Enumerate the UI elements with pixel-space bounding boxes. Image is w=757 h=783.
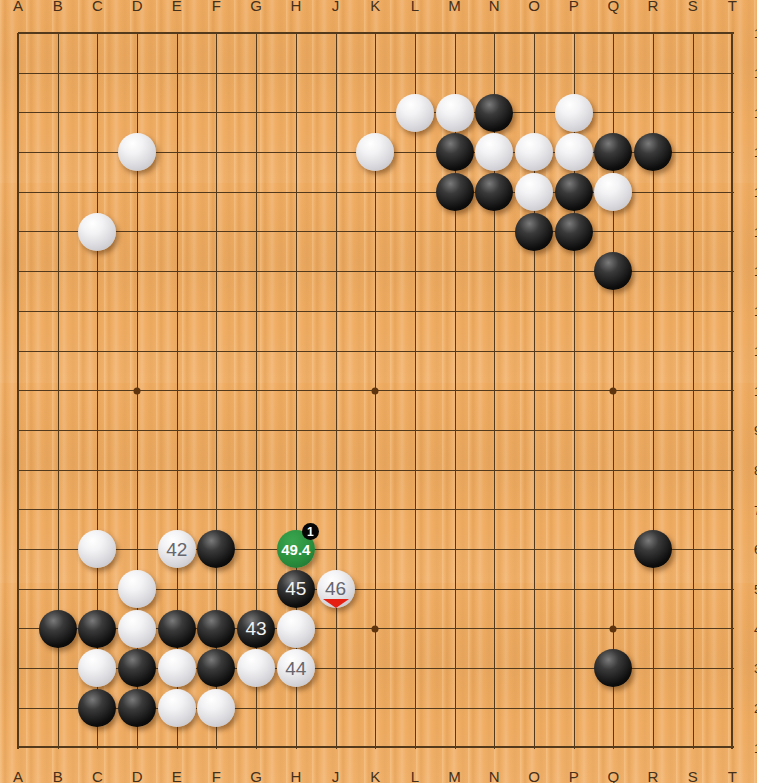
- intersection-N15[interactable]: [474, 172, 514, 212]
- col-label-top-K: K: [370, 0, 380, 14]
- stone-N17[interactable]: [475, 94, 513, 132]
- stone-L17[interactable]: [396, 94, 434, 132]
- go-board-screen: ABCDEFGHJKLMNOPQRST ABCDEFGHJKLMNOPQRST …: [0, 0, 757, 783]
- intersection-D3[interactable]: [117, 648, 157, 688]
- stone-H4[interactable]: [277, 610, 315, 648]
- intersection-N16[interactable]: [474, 133, 514, 173]
- intersection-O15[interactable]: [514, 172, 554, 212]
- col-label-top-G: G: [250, 0, 262, 14]
- stone-Q16[interactable]: [594, 133, 632, 171]
- intersection-H4[interactable]: [276, 609, 316, 649]
- intersection-D4[interactable]: [117, 609, 157, 649]
- stone-C14[interactable]: [78, 213, 116, 251]
- col-label-top-B: B: [53, 0, 63, 14]
- stone-Q15[interactable]: [594, 173, 632, 211]
- intersection-H3[interactable]: 44: [276, 648, 316, 688]
- col-label-top-C: C: [92, 0, 103, 14]
- intersection-F3[interactable]: [197, 648, 237, 688]
- stone-R6[interactable]: [634, 530, 672, 568]
- intersection-E2[interactable]: [157, 688, 197, 728]
- intersection-C4[interactable]: [78, 609, 118, 649]
- intersection-O16[interactable]: [514, 133, 554, 173]
- intersection-Q13[interactable]: [593, 252, 633, 292]
- col-label-bottom-G: G: [250, 769, 262, 783]
- intersection-H6[interactable]: 149.4: [276, 529, 316, 569]
- stone-E3[interactable]: [158, 649, 196, 687]
- col-label-top-N: N: [489, 0, 500, 14]
- stone-C6[interactable]: [78, 530, 116, 568]
- intersection-E3[interactable]: [157, 648, 197, 688]
- intersection-M15[interactable]: [435, 172, 475, 212]
- intersection-G3[interactable]: [236, 648, 276, 688]
- stone-P14[interactable]: [555, 213, 593, 251]
- intersection-D16[interactable]: [117, 133, 157, 173]
- stone-D5[interactable]: [118, 570, 156, 608]
- intersection-P16[interactable]: [554, 133, 594, 173]
- col-label-bottom-A: A: [13, 769, 23, 783]
- stone-R16[interactable]: [634, 133, 672, 171]
- stone-N15[interactable]: [475, 173, 513, 211]
- intersection-Q16[interactable]: [593, 133, 633, 173]
- stone-O15[interactable]: [515, 173, 553, 211]
- stone-G4[interactable]: 43: [237, 610, 275, 648]
- stone-label: 42: [166, 540, 187, 559]
- stone-D3[interactable]: [118, 649, 156, 687]
- intersection-D5[interactable]: [117, 569, 157, 609]
- intersection-K16[interactable]: [355, 133, 395, 173]
- stone-M17[interactable]: [436, 94, 474, 132]
- col-label-bottom-E: E: [172, 769, 182, 783]
- intersection-G4[interactable]: 43: [236, 609, 276, 649]
- col-label-bottom-Q: Q: [608, 769, 620, 783]
- stone-C4[interactable]: [78, 610, 116, 648]
- suggestion-rank-badge: 1: [302, 523, 319, 540]
- intersection-P14[interactable]: [554, 212, 594, 252]
- stone-P15[interactable]: [555, 173, 593, 211]
- stone-H3[interactable]: 44: [277, 649, 315, 687]
- intersection-F4[interactable]: [197, 609, 237, 649]
- intersection-R16[interactable]: [633, 133, 673, 173]
- stone-Q13[interactable]: [594, 252, 632, 290]
- col-label-bottom-C: C: [92, 769, 103, 783]
- intersection-F6[interactable]: [197, 529, 237, 569]
- intersection-E4[interactable]: [157, 609, 197, 649]
- intersection-M16[interactable]: [435, 133, 475, 173]
- stone-D16[interactable]: [118, 133, 156, 171]
- stone-D4[interactable]: [118, 610, 156, 648]
- col-label-top-L: L: [411, 0, 419, 14]
- intersection-B4[interactable]: [38, 609, 78, 649]
- stone-O16[interactable]: [515, 133, 553, 171]
- col-label-top-T: T: [728, 0, 737, 14]
- intersection-P17[interactable]: [554, 93, 594, 133]
- col-label-bottom-K: K: [370, 769, 380, 783]
- stone-B4[interactable]: [39, 610, 77, 648]
- stone-label: 45: [285, 579, 306, 598]
- col-label-bottom-T: T: [728, 769, 737, 783]
- col-label-top-A: A: [13, 0, 23, 14]
- last-move-marker-icon: [323, 599, 349, 608]
- col-label-top-O: O: [528, 0, 540, 14]
- col-label-bottom-M: M: [448, 769, 461, 783]
- intersection-C14[interactable]: [78, 212, 118, 252]
- col-label-bottom-B: B: [53, 769, 63, 783]
- intersection-M17[interactable]: [435, 93, 475, 133]
- stone-D2[interactable]: [118, 689, 156, 727]
- col-label-bottom-R: R: [648, 769, 659, 783]
- intersection-O14[interactable]: [514, 212, 554, 252]
- col-label-bottom-N: N: [489, 769, 500, 783]
- intersection-C6[interactable]: [78, 529, 118, 569]
- stone-label: 44: [285, 659, 306, 678]
- stone-M16[interactable]: [436, 133, 474, 171]
- stone-label: 43: [246, 619, 267, 638]
- stone-P16[interactable]: [555, 133, 593, 171]
- stone-J5[interactable]: 46: [317, 570, 355, 608]
- col-label-top-P: P: [569, 0, 579, 14]
- intersection-J5[interactable]: 46: [316, 569, 356, 609]
- intersection-C3[interactable]: [78, 648, 118, 688]
- intersection-Q3[interactable]: [593, 648, 633, 688]
- stone-Q3[interactable]: [594, 649, 632, 687]
- intersection-H5[interactable]: 45: [276, 569, 316, 609]
- intersection-R6[interactable]: [633, 529, 673, 569]
- stone-G3[interactable]: [237, 649, 275, 687]
- stone-M15[interactable]: [436, 173, 474, 211]
- intersection-P15[interactable]: [554, 172, 594, 212]
- stone-F2[interactable]: [197, 689, 235, 727]
- col-label-top-Q: Q: [608, 0, 620, 14]
- stone-E4[interactable]: [158, 610, 196, 648]
- col-label-bottom-P: P: [569, 769, 579, 783]
- col-label-bottom-S: S: [688, 769, 698, 783]
- stone-E2[interactable]: [158, 689, 196, 727]
- intersection-L17[interactable]: [395, 93, 435, 133]
- col-label-top-F: F: [212, 0, 221, 14]
- stone-F6[interactable]: [197, 530, 235, 568]
- stone-H5[interactable]: 45: [277, 570, 315, 608]
- stone-O14[interactable]: [515, 213, 553, 251]
- intersection-Q15[interactable]: [593, 172, 633, 212]
- col-label-bottom-D: D: [132, 769, 143, 783]
- col-label-top-M: M: [448, 0, 461, 14]
- intersection-F2[interactable]: [197, 688, 237, 728]
- stone-F4[interactable]: [197, 610, 235, 648]
- ai-suggestion-H6[interactable]: 149.4: [277, 530, 315, 568]
- stone-N16[interactable]: [475, 133, 513, 171]
- stone-P17[interactable]: [555, 94, 593, 132]
- col-label-top-D: D: [132, 0, 143, 14]
- col-label-top-R: R: [648, 0, 659, 14]
- stone-C3[interactable]: [78, 649, 116, 687]
- col-label-top-S: S: [688, 0, 698, 14]
- intersection-D2[interactable]: [117, 688, 157, 728]
- stone-F3[interactable]: [197, 649, 235, 687]
- col-label-top-J: J: [332, 0, 340, 14]
- col-label-bottom-H: H: [290, 769, 301, 783]
- stone-label: 49.4: [281, 542, 310, 557]
- intersection-N17[interactable]: [474, 93, 514, 133]
- col-label-top-E: E: [172, 0, 182, 14]
- stones-layer[interactable]: 42149.445464344: [0, 13, 752, 767]
- col-label-bottom-O: O: [528, 769, 540, 783]
- intersection-C2[interactable]: [78, 688, 118, 728]
- stone-K16[interactable]: [356, 133, 394, 171]
- col-label-bottom-L: L: [411, 769, 419, 783]
- col-label-bottom-J: J: [332, 769, 340, 783]
- col-label-top-H: H: [290, 0, 301, 14]
- stone-C2[interactable]: [78, 689, 116, 727]
- col-label-bottom-F: F: [212, 769, 221, 783]
- intersection-E6[interactable]: 42: [157, 529, 197, 569]
- stone-label: 46: [325, 579, 346, 598]
- stone-E6[interactable]: 42: [158, 530, 196, 568]
